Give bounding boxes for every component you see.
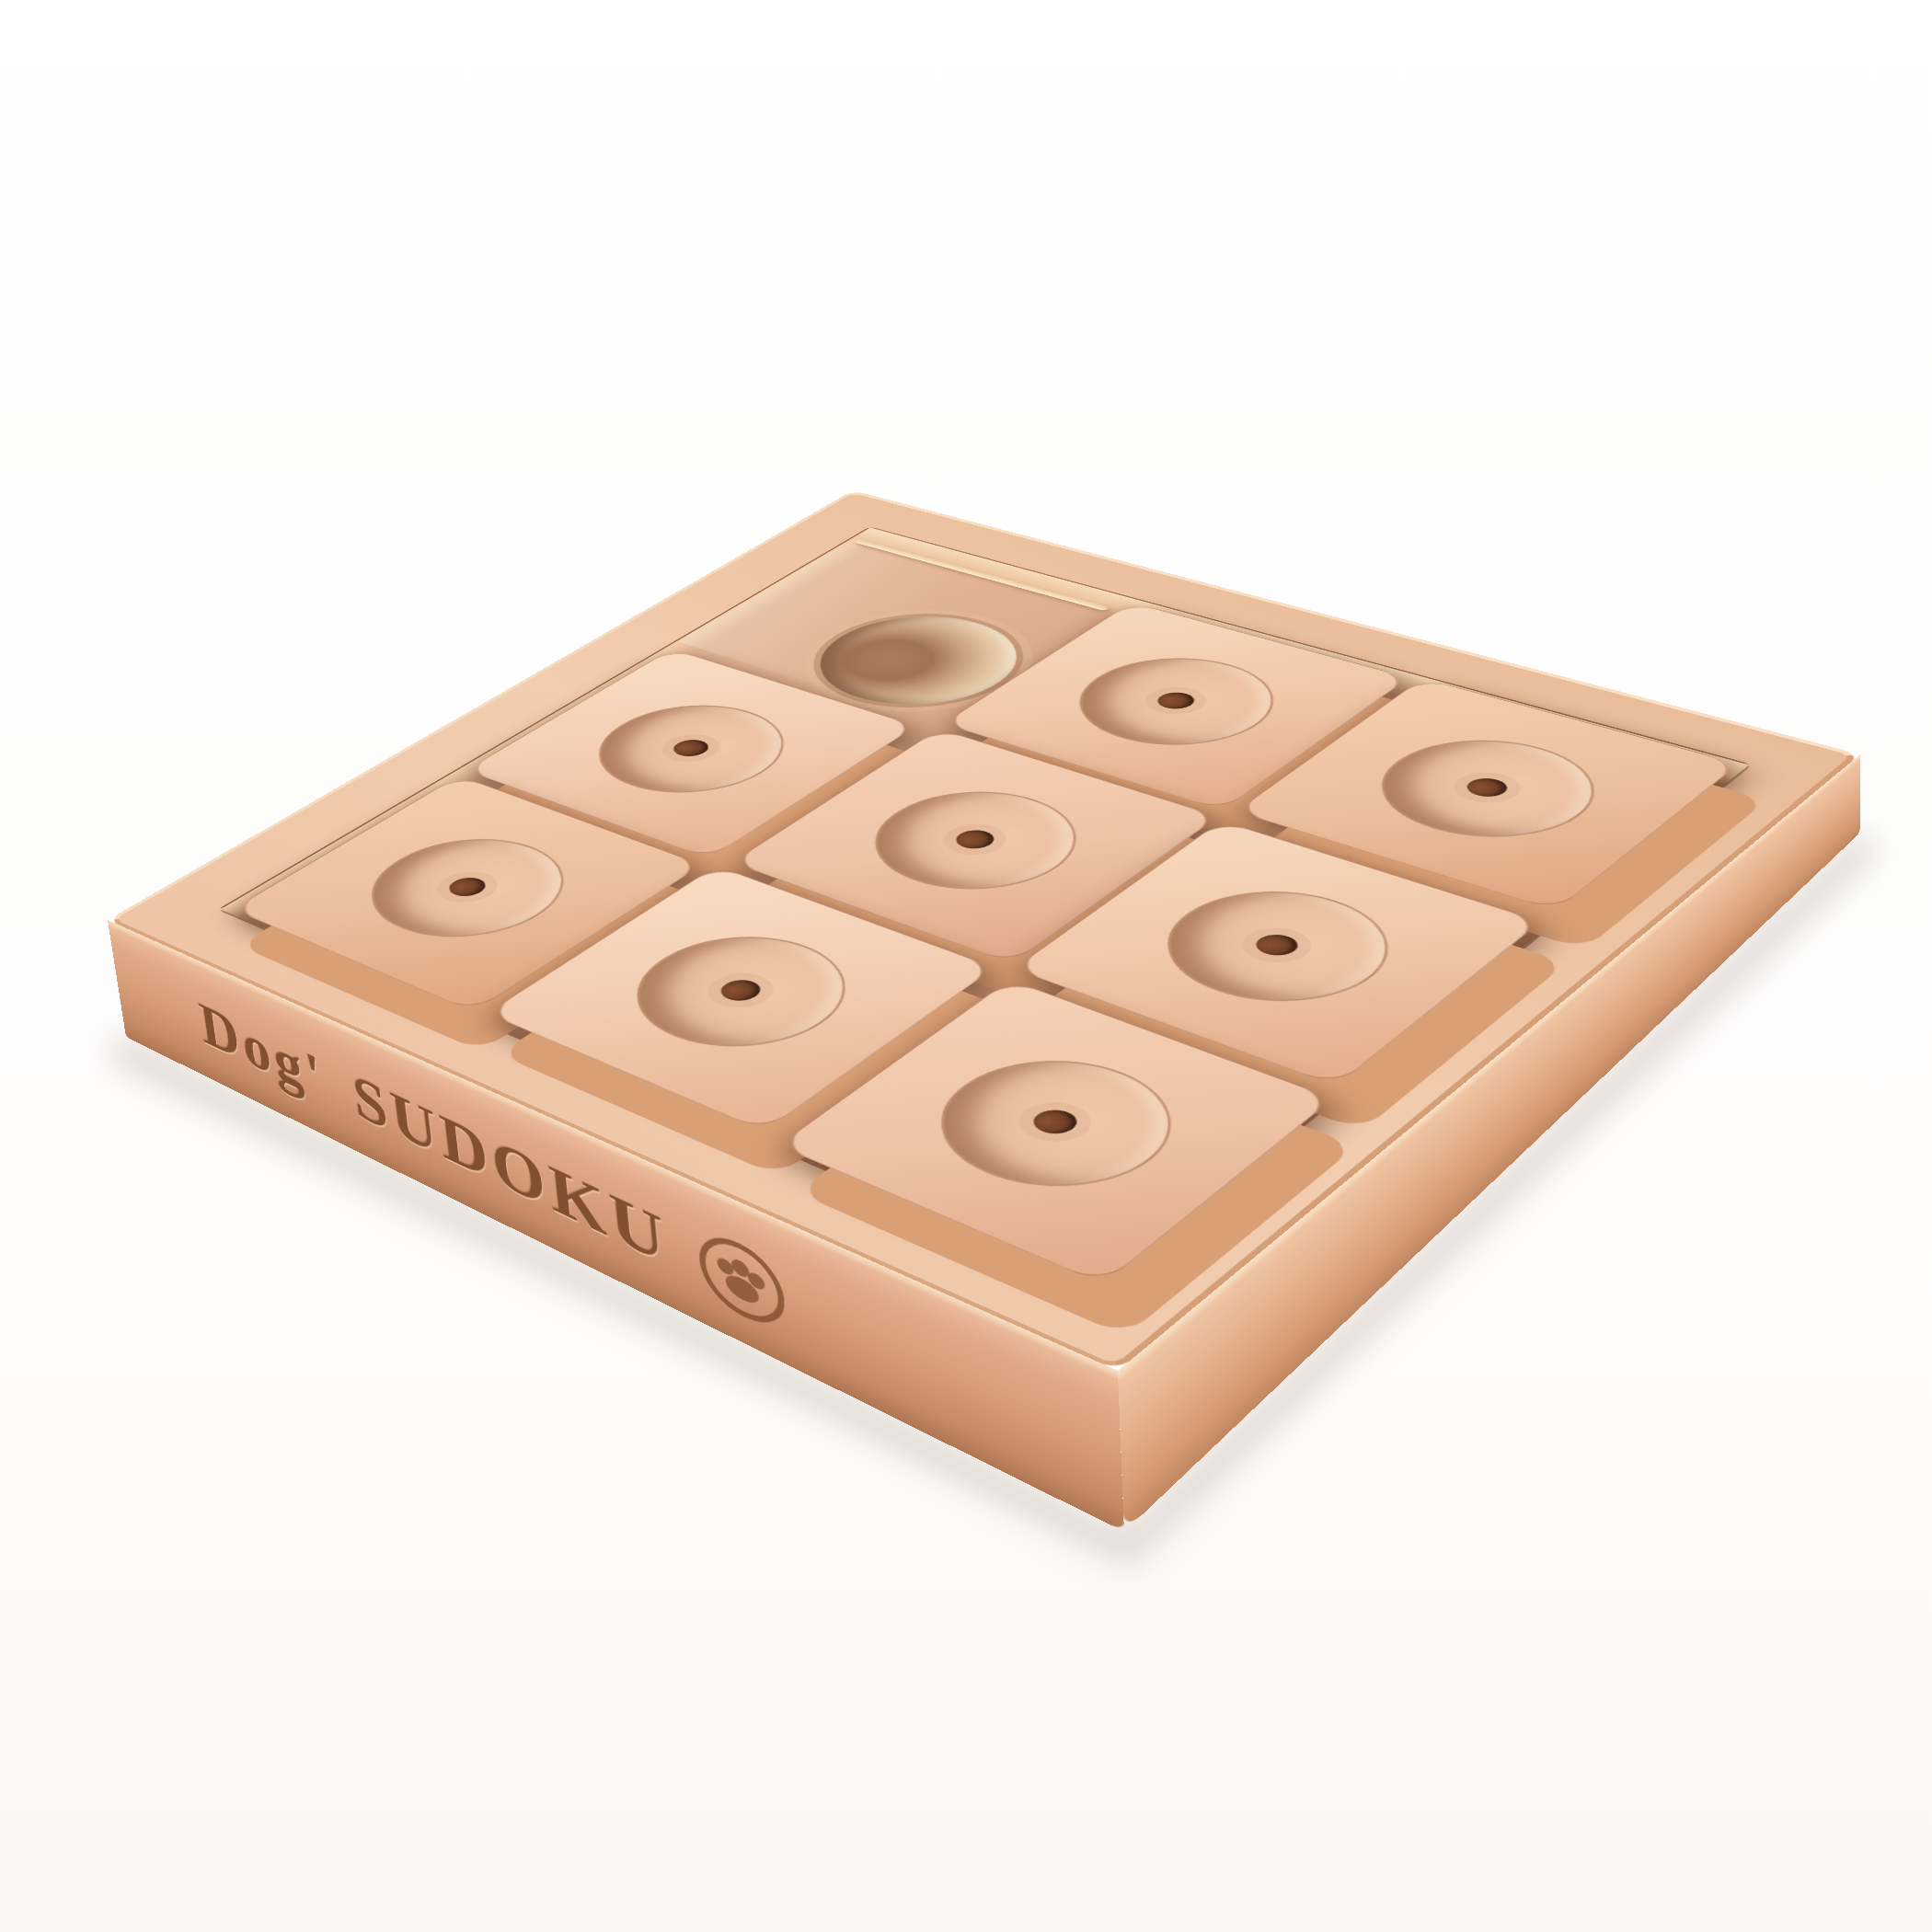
scent-hole-icon [442, 874, 492, 900]
slide-rail [855, 539, 1110, 611]
ring-recess [1343, 723, 1633, 857]
ring-recess [1125, 871, 1430, 1024]
product-photo-stage: Dog' SUDOKU [0, 0, 1932, 1932]
ring-recess [595, 916, 888, 1069]
scent-hole-icon [949, 827, 1001, 853]
scent-hole-icon [1151, 689, 1202, 711]
scent-hole-icon [667, 737, 716, 760]
ring-recess [1042, 643, 1311, 763]
scent-hole-icon [713, 976, 768, 1005]
scent-hole-icon [1025, 1106, 1085, 1139]
scent-hole-icon [1460, 775, 1514, 799]
ring-recess [896, 1038, 1216, 1213]
ring-recess [332, 822, 604, 958]
scent-hole-icon [1248, 931, 1305, 960]
ring-recess [835, 774, 1116, 909]
ring-recess [561, 689, 822, 810]
